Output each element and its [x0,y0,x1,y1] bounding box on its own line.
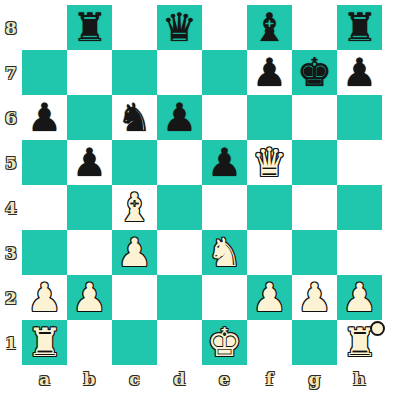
square-d6[interactable]: ♟ [157,95,202,140]
square-a2[interactable]: ♟ [22,275,67,320]
rank-label-5: 5 [1,140,21,185]
square-h7[interactable]: ♟ [337,50,382,95]
square-f8[interactable]: ♝ [247,5,292,50]
square-e3[interactable]: ♞ [202,230,247,275]
rank-label-1: 1 [1,320,21,365]
file-label-h: h [337,364,382,394]
square-g4[interactable] [292,185,337,230]
square-a8[interactable] [22,5,67,50]
rank-label-2: 2 [1,275,21,320]
piece-white-pawn[interactable]: ♟ [72,275,107,320]
piece-black-pawn[interactable]: ♟ [252,50,287,95]
square-g8[interactable] [292,5,337,50]
file-label-f: f [247,364,292,394]
piece-black-pawn[interactable]: ♟ [342,50,377,95]
square-a4[interactable] [22,185,67,230]
file-label-c: c [112,364,157,394]
piece-black-pawn[interactable]: ♟ [162,95,197,140]
square-e8[interactable] [202,5,247,50]
piece-black-pawn[interactable]: ♟ [207,140,242,185]
square-b6[interactable] [67,95,112,140]
rank-label-7: 7 [1,50,21,95]
square-g1[interactable] [292,320,337,365]
square-c1[interactable] [112,320,157,365]
square-a6[interactable]: ♟ [22,95,67,140]
square-d3[interactable] [157,230,202,275]
square-c4[interactable]: ♝ [112,185,157,230]
rank-label-8: 8 [1,5,21,50]
square-c6[interactable]: ♞ [112,95,157,140]
file-label-e: e [202,364,247,394]
square-e2[interactable] [202,275,247,320]
square-c5[interactable] [112,140,157,185]
square-g3[interactable] [292,230,337,275]
square-d7[interactable] [157,50,202,95]
square-d2[interactable] [157,275,202,320]
square-c3[interactable]: ♟ [112,230,157,275]
piece-black-knight[interactable]: ♞ [117,95,152,140]
square-g5[interactable] [292,140,337,185]
square-b8[interactable]: ♜ [67,5,112,50]
square-a1[interactable]: ♜ [22,320,67,365]
square-f7[interactable]: ♟ [247,50,292,95]
square-h6[interactable] [337,95,382,140]
rank-label-3: 3 [1,230,21,275]
piece-white-queen[interactable]: ♛ [252,140,287,185]
square-e6[interactable] [202,95,247,140]
square-e1[interactable]: ♚ [202,320,247,365]
piece-white-rook[interactable]: ♜ [27,320,62,365]
square-e5[interactable]: ♟ [202,140,247,185]
piece-black-pawn[interactable]: ♟ [72,140,107,185]
square-h3[interactable] [337,230,382,275]
square-b5[interactable]: ♟ [67,140,112,185]
square-f5[interactable]: ♛ [247,140,292,185]
file-label-d: d [157,364,202,394]
piece-black-pawn[interactable]: ♟ [27,95,62,140]
file-label-b: b [67,364,112,394]
square-c8[interactable] [112,5,157,50]
piece-white-bishop[interactable]: ♝ [117,185,152,230]
rank-label-4: 4 [1,185,21,230]
piece-white-knight[interactable]: ♞ [207,230,242,275]
square-a5[interactable] [22,140,67,185]
square-f1[interactable] [247,320,292,365]
square-a7[interactable] [22,50,67,95]
square-a3[interactable] [22,230,67,275]
square-b2[interactable]: ♟ [67,275,112,320]
square-f2[interactable]: ♟ [247,275,292,320]
chess-board: ♜♛♝♜♟♚♟♟♞♟♟♟♛♝♟♞♟♟♟♟♟♜♚♜ [22,5,382,365]
square-b7[interactable] [67,50,112,95]
square-h5[interactable] [337,140,382,185]
piece-black-rook[interactable]: ♜ [342,5,377,50]
piece-white-pawn[interactable]: ♟ [117,230,152,275]
square-h8[interactable]: ♜ [337,5,382,50]
square-h4[interactable] [337,185,382,230]
square-g7[interactable]: ♚ [292,50,337,95]
file-label-a: a [22,364,67,394]
square-h2[interactable]: ♟ [337,275,382,320]
square-f6[interactable] [247,95,292,140]
file-label-g: g [292,364,337,394]
square-e4[interactable] [202,185,247,230]
piece-white-king[interactable]: ♚ [207,320,242,365]
chessboard-screenshot: ♜♛♝♜♟♚♟♟♞♟♟♟♛♝♟♞♟♟♟♟♟♜♚♜ 87654321abcdefg… [0,0,400,400]
square-c2[interactable] [112,275,157,320]
square-b1[interactable] [67,320,112,365]
square-g2[interactable]: ♟ [292,275,337,320]
square-e7[interactable] [202,50,247,95]
piece-white-pawn[interactable]: ♟ [27,275,62,320]
square-g6[interactable] [292,95,337,140]
square-b4[interactable] [67,185,112,230]
square-f3[interactable] [247,230,292,275]
square-d1[interactable] [157,320,202,365]
piece-black-queen[interactable]: ♛ [162,5,197,50]
square-b3[interactable] [67,230,112,275]
piece-white-pawn[interactable]: ♟ [297,275,332,320]
piece-black-king[interactable]: ♚ [297,50,332,95]
piece-black-bishop[interactable]: ♝ [252,5,287,50]
square-h1[interactable]: ♜ [337,320,382,365]
rank-label-6: 6 [1,95,21,140]
piece-black-rook[interactable]: ♜ [72,5,107,50]
piece-white-pawn[interactable]: ♟ [252,275,287,320]
square-d4[interactable] [157,185,202,230]
square-f4[interactable] [247,185,292,230]
square-d5[interactable] [157,140,202,185]
piece-white-pawn[interactable]: ♟ [342,275,377,320]
square-d8[interactable]: ♛ [157,5,202,50]
square-c7[interactable] [112,50,157,95]
cursor-dot-marker [370,321,385,336]
